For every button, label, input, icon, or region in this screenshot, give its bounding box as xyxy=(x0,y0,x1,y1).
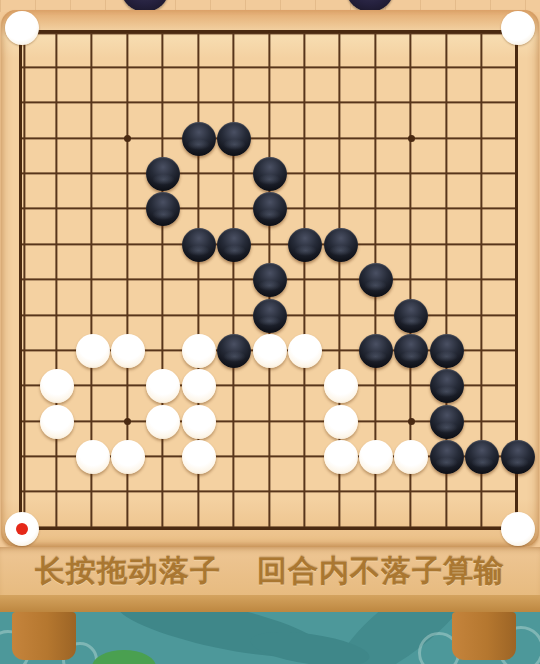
plant-blob xyxy=(92,650,156,664)
black-stone xyxy=(324,228,358,262)
star-point xyxy=(124,418,131,425)
white-stone xyxy=(40,369,74,403)
table-leg-right xyxy=(452,612,516,660)
white-stone xyxy=(324,440,358,474)
black-stone xyxy=(146,157,180,191)
black-stone xyxy=(146,192,180,226)
white-stone xyxy=(146,369,180,403)
black-stone xyxy=(359,263,393,297)
black-stone xyxy=(501,440,535,474)
white-stone xyxy=(40,405,74,439)
white-stone xyxy=(111,440,145,474)
white-stone xyxy=(182,440,216,474)
white-stone xyxy=(111,334,145,368)
black-stone xyxy=(394,299,428,333)
corner-cap xyxy=(501,512,535,546)
black-stone xyxy=(253,299,287,333)
corner-cap xyxy=(501,11,535,45)
white-stone xyxy=(76,440,110,474)
white-stone xyxy=(324,405,358,439)
black-stone xyxy=(359,334,393,368)
white-stone xyxy=(182,405,216,439)
star-point xyxy=(408,418,415,425)
black-stone xyxy=(394,334,428,368)
black-stone xyxy=(430,440,464,474)
black-stone xyxy=(465,440,499,474)
black-stone xyxy=(253,263,287,297)
black-stone xyxy=(217,228,251,262)
corner-cap xyxy=(5,512,39,546)
white-stone xyxy=(76,334,110,368)
black-stone xyxy=(430,334,464,368)
black-stone xyxy=(430,369,464,403)
white-stone xyxy=(288,334,322,368)
corner-cap xyxy=(5,11,39,45)
star-point xyxy=(124,135,131,142)
white-stone xyxy=(359,440,393,474)
board-grid[interactable] xyxy=(4,15,536,545)
black-stone xyxy=(217,122,251,156)
table-front-edge xyxy=(0,595,540,612)
hint-strip: 长按拖动落子 回合内不落子算输 xyxy=(0,547,540,595)
floor-background xyxy=(0,612,540,664)
hint-drag-to-play: 长按拖动落子 xyxy=(35,551,221,592)
black-stone xyxy=(182,228,216,262)
black-stone xyxy=(430,405,464,439)
black-stone xyxy=(182,122,216,156)
black-stone xyxy=(288,228,322,262)
white-stone xyxy=(253,334,287,368)
white-stone xyxy=(182,369,216,403)
gomoku-game-screen: 长按拖动落子 回合内不落子算输 xyxy=(0,0,540,664)
white-stone xyxy=(324,369,358,403)
star-point xyxy=(408,135,415,142)
table-leg-left xyxy=(12,612,76,660)
record-red-dot xyxy=(16,523,28,535)
hint-timeout-rule: 回合内不落子算输 xyxy=(257,551,505,592)
white-stone xyxy=(394,440,428,474)
black-stone xyxy=(253,157,287,191)
white-stone xyxy=(182,334,216,368)
black-stone xyxy=(253,192,287,226)
black-stone xyxy=(217,334,251,368)
white-stone xyxy=(146,405,180,439)
